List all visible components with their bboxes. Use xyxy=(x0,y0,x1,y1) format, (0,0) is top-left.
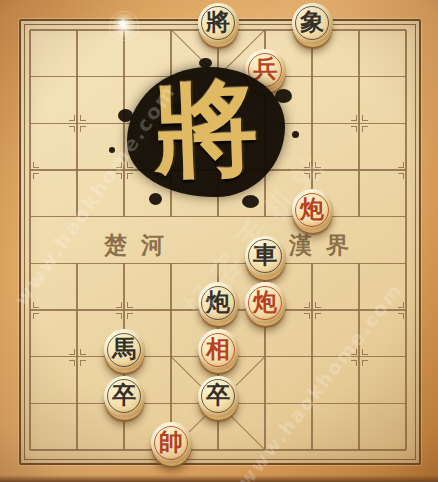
piece-character: 將 xyxy=(198,3,239,44)
check-character: 將 xyxy=(152,75,260,183)
black-soldier-piece[interactable]: 卒 xyxy=(104,376,145,417)
black-elephant-piece[interactable]: 象 xyxy=(292,3,333,44)
red-cannon-piece[interactable]: 炮 xyxy=(245,282,286,323)
piece-character: 卒 xyxy=(198,376,239,417)
black-soldier-piece[interactable]: 卒 xyxy=(198,376,239,417)
piece-character: 象 xyxy=(292,3,333,44)
piece-character: 炮 xyxy=(292,189,333,230)
black-horse-piece[interactable]: 馬 xyxy=(104,329,145,370)
grid-line xyxy=(405,30,406,450)
red-elephant-piece[interactable]: 相 xyxy=(198,329,239,370)
sparkle-star-icon: ✦ xyxy=(113,14,133,34)
xiangqi-app-screen: 楚河 漢界 將象兵馬炮車炮炮馬相卒卒帥 將 ✦ www.haokhome.com… xyxy=(0,0,438,482)
piece-character: 帥 xyxy=(151,422,192,463)
grid-line xyxy=(358,30,359,217)
check-announcement-overlay: 將 xyxy=(127,67,285,197)
black-chariot-piece[interactable]: 車 xyxy=(245,236,286,277)
red-general-piece[interactable]: 帥 xyxy=(151,422,192,463)
black-general-piece[interactable]: 將 xyxy=(198,3,239,44)
grid-line xyxy=(29,30,30,450)
piece-character: 車 xyxy=(245,236,286,277)
river-label-left: 楚河 xyxy=(90,230,178,261)
piece-character: 相 xyxy=(198,329,239,370)
grid-line xyxy=(76,30,77,217)
piece-character: 炮 xyxy=(198,282,239,323)
grid-line xyxy=(358,263,359,450)
grid-line xyxy=(123,30,124,217)
black-cannon-piece[interactable]: 炮 xyxy=(198,282,239,323)
grid-line xyxy=(311,263,312,450)
table-edge-shadow xyxy=(0,475,438,482)
piece-character: 馬 xyxy=(104,329,145,370)
piece-character: 炮 xyxy=(245,282,286,323)
grid-line xyxy=(76,263,77,450)
piece-character: 卒 xyxy=(104,376,145,417)
red-cannon-piece[interactable]: 炮 xyxy=(292,189,333,230)
river-label-right: 漢界 xyxy=(275,230,363,261)
